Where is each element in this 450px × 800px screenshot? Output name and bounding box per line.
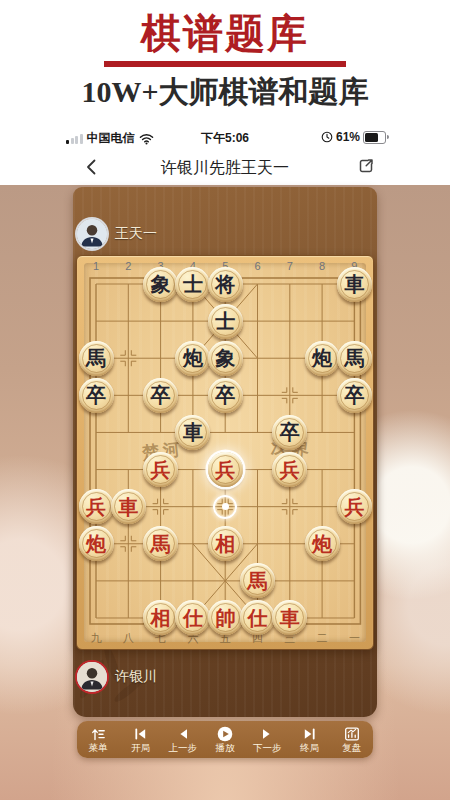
player-row-bottom: 许银川 <box>73 662 377 702</box>
promo-header: 棋谱题库 10W+大师棋谱和题库 <box>0 0 450 125</box>
last-move-origin-marker <box>213 495 237 519</box>
player-name-top: 王天一 <box>115 225 157 243</box>
toolbar-play-button[interactable]: 播放 <box>204 726 246 753</box>
piece-black-卒: 卒 <box>143 378 178 413</box>
title-underline <box>104 61 346 67</box>
prev-icon <box>175 726 191 742</box>
piece-black-士: 士 <box>175 267 210 302</box>
background-photo: 王天一 123456789 九八七六五四三二一 楚河 汉界 象士将車士馬炮象炮馬… <box>0 185 450 800</box>
piece-red-馬: 馬 <box>143 526 178 561</box>
piece-black-炮: 炮 <box>305 341 340 376</box>
toolbar-label: 复盘 <box>342 743 361 753</box>
toolbar-label: 播放 <box>215 743 234 753</box>
piece-black-馬: 馬 <box>79 341 114 376</box>
piece-red-兵: 兵 <box>79 489 114 524</box>
piece-red-帥: 帥 <box>208 600 243 635</box>
piece-black-馬: 馬 <box>337 341 372 376</box>
avatar-xu-yinchuan <box>77 662 107 692</box>
toolbar-menu-button[interactable]: 菜单 <box>77 726 119 753</box>
toolbar-label: 终局 <box>300 743 319 753</box>
piece-red-仕: 仕 <box>240 600 275 635</box>
piece-red-兵: 兵 <box>337 489 372 524</box>
piece-black-卒: 卒 <box>272 415 307 450</box>
player-name-bottom: 许银川 <box>115 668 157 686</box>
toolbar-review-button[interactable]: 复盘 <box>331 726 373 753</box>
piece-black-車: 車 <box>175 415 210 450</box>
xiangqi-board[interactable]: 123456789 九八七六五四三二一 楚河 汉界 象士将車士馬炮象炮馬卒卒卒卒… <box>76 255 374 650</box>
toolbar-prev-button[interactable]: 上一步 <box>162 726 204 753</box>
piece-black-炮: 炮 <box>175 341 210 376</box>
game-panel: 王天一 123456789 九八七六五四三二一 楚河 汉界 象士将車士馬炮象炮馬… <box>73 187 377 717</box>
piece-red-兵: 兵 <box>143 452 178 487</box>
share-icon[interactable] <box>356 156 376 176</box>
piece-red-兵: 兵 <box>208 452 243 487</box>
battery-icon <box>363 131 386 144</box>
toolbar-skip-end-button[interactable]: 终局 <box>288 726 330 753</box>
alarm-clock-icon <box>321 131 333 143</box>
player-row-top: 王天一 <box>73 219 377 259</box>
piece-red-車: 車 <box>111 489 146 524</box>
menu-icon <box>90 726 106 742</box>
status-bar: 中国电信 下午5:06 61% <box>0 125 450 150</box>
piece-red-相: 相 <box>208 526 243 561</box>
playback-toolbar: 菜单开局上一步播放下一步终局复盘 <box>77 721 373 758</box>
toolbar-label: 上一步 <box>168 743 197 753</box>
review-icon <box>344 726 360 742</box>
toolbar-skip-start-button[interactable]: 开局 <box>119 726 161 753</box>
skip-start-icon <box>132 726 148 742</box>
piece-black-士: 士 <box>208 304 243 339</box>
piece-black-卒: 卒 <box>79 378 114 413</box>
battery-percent-label: 61% <box>336 130 360 144</box>
toolbar-label: 下一步 <box>253 743 282 753</box>
piece-red-仕: 仕 <box>175 600 210 635</box>
nav-bar: 许银川先胜王天一 <box>0 150 450 185</box>
piece-black-卒: 卒 <box>337 378 372 413</box>
next-icon <box>259 726 275 742</box>
pieces-layer: 象士将車士馬炮象炮馬卒卒卒卒車卒兵兵兵兵車兵炮馬相炮馬相仕帥仕車 <box>77 256 373 649</box>
promo-subtitle: 10W+大师棋谱和题库 <box>0 72 450 113</box>
piece-black-将: 将 <box>208 267 243 302</box>
piece-black-象: 象 <box>208 341 243 376</box>
avatar-wang-tianyi <box>77 219 107 249</box>
play-icon <box>217 726 233 742</box>
piece-red-馬: 馬 <box>240 563 275 598</box>
piece-red-車: 車 <box>272 600 307 635</box>
piece-red-炮: 炮 <box>305 526 340 561</box>
piece-black-車: 車 <box>337 267 372 302</box>
promo-title: 棋谱题库 <box>0 6 450 61</box>
toolbar-label: 开局 <box>131 743 150 753</box>
piece-red-炮: 炮 <box>79 526 114 561</box>
piece-black-象: 象 <box>143 267 178 302</box>
toolbar-next-button[interactable]: 下一步 <box>246 726 288 753</box>
piece-black-卒: 卒 <box>208 378 243 413</box>
piece-red-兵: 兵 <box>272 452 307 487</box>
piece-red-相: 相 <box>143 600 178 635</box>
game-title: 许银川先胜王天一 <box>0 158 450 179</box>
toolbar-label: 菜单 <box>89 743 108 753</box>
skip-end-icon <box>302 726 318 742</box>
